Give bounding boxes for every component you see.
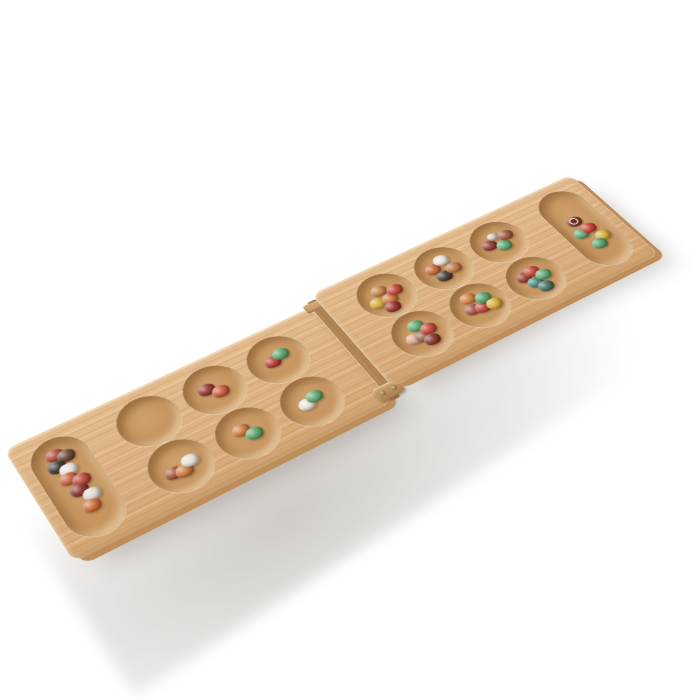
hinge-pin-icon bbox=[379, 390, 388, 397]
product-photo-scene bbox=[0, 0, 700, 700]
hinge-pin-icon bbox=[390, 384, 399, 390]
gemstone bbox=[495, 228, 517, 242]
